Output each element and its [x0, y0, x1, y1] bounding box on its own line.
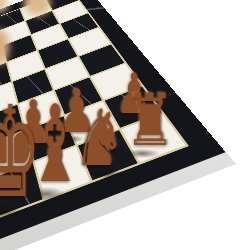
rook-glyph: ♜ [125, 78, 175, 162]
piece-white-rook-h1: ♜ [125, 84, 175, 156]
piece-white-king-e1: ♚ [0, 90, 41, 216]
king-glyph: ♚ [0, 79, 41, 226]
chess-product-photo: ♟♟♟♜♞♝♚ [0, 0, 250, 250]
